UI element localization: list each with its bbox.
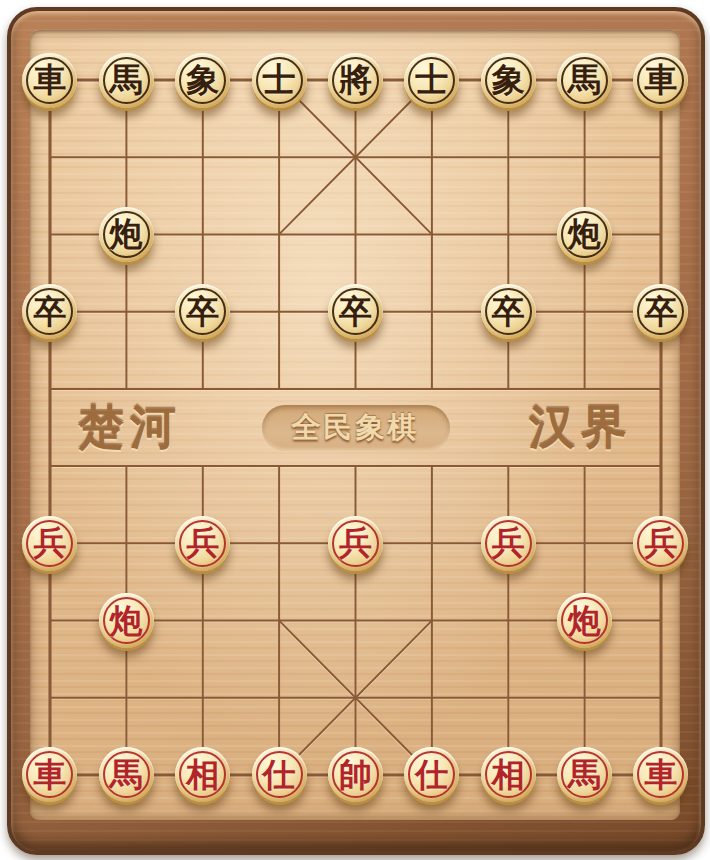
piece-red-soldier[interactable]: 兵 — [633, 516, 688, 571]
board-point[interactable]: 兵 — [470, 505, 546, 582]
board-point[interactable] — [165, 350, 241, 427]
board-point[interactable]: 馬 — [546, 41, 622, 118]
board-point[interactable] — [88, 119, 164, 196]
board-point[interactable] — [12, 350, 88, 427]
board-point[interactable] — [470, 427, 546, 504]
piece-glyph: 炮 — [568, 604, 601, 637]
board-point[interactable] — [546, 659, 622, 736]
piece-glyph: 兵 — [492, 526, 525, 559]
board-point[interactable] — [394, 273, 470, 350]
board-point[interactable]: 象 — [470, 41, 546, 118]
piece-glyph: 兵 — [339, 526, 372, 559]
piece-glyph: 象 — [186, 63, 219, 96]
board-point[interactable] — [165, 582, 241, 659]
board-point[interactable] — [470, 582, 546, 659]
board-point[interactable] — [12, 427, 88, 504]
board-point[interactable]: 炮 — [546, 196, 622, 273]
board-point[interactable] — [12, 659, 88, 736]
piece-glyph: 帥 — [339, 758, 372, 791]
board-point[interactable]: 車 — [623, 736, 699, 813]
board-point[interactable] — [241, 582, 317, 659]
piece-red-soldier[interactable]: 兵 — [481, 516, 536, 571]
board-point[interactable] — [623, 119, 699, 196]
piece-red-elephant[interactable]: 相 — [175, 747, 230, 802]
piece-glyph: 兵 — [33, 526, 66, 559]
piece-red-soldier[interactable]: 兵 — [328, 516, 383, 571]
piece-glyph: 車 — [33, 63, 66, 96]
board-point[interactable]: 馬 — [88, 736, 164, 813]
board-point[interactable] — [317, 119, 393, 196]
piece-red-cannon[interactable]: 炮 — [557, 593, 612, 648]
board-point[interactable]: 馬 — [546, 736, 622, 813]
board-point[interactable]: 炮 — [88, 582, 164, 659]
board-point[interactable] — [623, 582, 699, 659]
board-point[interactable] — [165, 659, 241, 736]
piece-black-advisor[interactable]: 士 — [404, 53, 459, 108]
board-point[interactable] — [394, 659, 470, 736]
board-point[interactable]: 馬 — [88, 41, 164, 118]
board-point[interactable] — [623, 350, 699, 427]
board-point[interactable] — [623, 427, 699, 504]
piece-red-advisor[interactable]: 仕 — [404, 747, 459, 802]
piece-black-soldier[interactable]: 卒 — [328, 284, 383, 339]
board-point[interactable] — [470, 196, 546, 273]
piece-red-cannon[interactable]: 炮 — [99, 593, 154, 648]
board-point[interactable]: 象 — [165, 41, 241, 118]
board-point[interactable]: 卒 — [165, 273, 241, 350]
piece-glyph: 馬 — [110, 63, 143, 96]
piece-glyph: 炮 — [110, 217, 143, 250]
piece-glyph: 仕 — [415, 758, 448, 791]
piece-black-horse[interactable]: 馬 — [557, 53, 612, 108]
board-point[interactable]: 車 — [12, 41, 88, 118]
board-point[interactable]: 相 — [470, 736, 546, 813]
board-point[interactable] — [165, 119, 241, 196]
board-point[interactable] — [546, 427, 622, 504]
board-point[interactable]: 車 — [623, 41, 699, 118]
piece-black-advisor[interactable]: 士 — [252, 53, 307, 108]
piece-glyph: 士 — [263, 63, 296, 96]
board-point[interactable]: 兵 — [317, 505, 393, 582]
piece-glyph: 馬 — [568, 758, 601, 791]
piece-glyph: 車 — [644, 758, 677, 791]
board-point[interactable] — [546, 350, 622, 427]
board-point[interactable]: 卒 — [317, 273, 393, 350]
piece-red-chariot[interactable]: 車 — [633, 747, 688, 802]
piece-black-horse[interactable]: 馬 — [99, 53, 154, 108]
piece-red-advisor[interactable]: 仕 — [252, 747, 307, 802]
board-point[interactable] — [88, 273, 164, 350]
piece-black-soldier[interactable]: 卒 — [22, 284, 77, 339]
board-point[interactable] — [394, 582, 470, 659]
board-point[interactable]: 帥 — [317, 736, 393, 813]
piece-glyph: 炮 — [568, 217, 601, 250]
board-point[interactable] — [317, 196, 393, 273]
board-point[interactable] — [88, 505, 164, 582]
board-point[interactable] — [546, 505, 622, 582]
piece-black-general[interactable]: 將 — [328, 53, 383, 108]
board-point[interactable] — [12, 119, 88, 196]
xiangqi-app: 楚河 全民象棋 汉界 車馬象士將士象馬車炮炮卒卒卒卒卒兵兵兵兵兵炮炮車馬相仕帥仕… — [0, 0, 710, 860]
board-point[interactable] — [470, 350, 546, 427]
piece-glyph: 象 — [492, 63, 525, 96]
board-point[interactable]: 兵 — [165, 505, 241, 582]
board-point[interactable] — [317, 659, 393, 736]
piece-glyph: 相 — [186, 758, 219, 791]
board-point[interactable] — [241, 273, 317, 350]
board-point[interactable]: 卒 — [623, 273, 699, 350]
piece-black-soldier[interactable]: 卒 — [175, 284, 230, 339]
piece-black-cannon[interactable]: 炮 — [557, 207, 612, 262]
board-point[interactable] — [317, 582, 393, 659]
board-point[interactable] — [394, 350, 470, 427]
board-point[interactable]: 相 — [165, 736, 241, 813]
piece-glyph: 士 — [415, 63, 448, 96]
piece-glyph: 卒 — [339, 295, 372, 328]
piece-red-horse[interactable]: 馬 — [557, 747, 612, 802]
piece-glyph: 仕 — [263, 758, 296, 791]
piece-glyph: 卒 — [492, 295, 525, 328]
board-point[interactable] — [241, 196, 317, 273]
board-point[interactable] — [165, 427, 241, 504]
piece-red-soldier[interactable]: 兵 — [175, 516, 230, 571]
piece-glyph: 車 — [33, 758, 66, 791]
piece-black-soldier[interactable]: 卒 — [633, 284, 688, 339]
piece-glyph: 車 — [644, 63, 677, 96]
board-point[interactable]: 兵 — [623, 505, 699, 582]
piece-red-general[interactable]: 帥 — [328, 747, 383, 802]
piece-glyph: 卒 — [186, 295, 219, 328]
piece-glyph: 相 — [492, 758, 525, 791]
board-point[interactable]: 卒 — [12, 273, 88, 350]
piece-glyph: 兵 — [644, 526, 677, 559]
piece-black-cannon[interactable]: 炮 — [99, 207, 154, 262]
board-point[interactable]: 卒 — [470, 273, 546, 350]
board-point[interactable] — [470, 659, 546, 736]
board-point[interactable] — [394, 505, 470, 582]
board-point[interactable] — [317, 427, 393, 504]
piece-glyph: 卒 — [644, 295, 677, 328]
board-point[interactable] — [88, 659, 164, 736]
board-point[interactable] — [241, 659, 317, 736]
board-point[interactable] — [241, 119, 317, 196]
piece-black-elephant[interactable]: 象 — [481, 53, 536, 108]
board-point[interactable] — [12, 582, 88, 659]
board-point[interactable] — [546, 273, 622, 350]
board-point[interactable] — [623, 659, 699, 736]
piece-black-chariot[interactable]: 車 — [633, 53, 688, 108]
board-point[interactable] — [165, 196, 241, 273]
board-point[interactable] — [394, 196, 470, 273]
board-point[interactable]: 車 — [12, 736, 88, 813]
piece-red-elephant[interactable]: 相 — [481, 747, 536, 802]
board-point[interactable] — [546, 119, 622, 196]
board-point[interactable]: 士 — [394, 41, 470, 118]
piece-glyph: 馬 — [110, 758, 143, 791]
board-point[interactable]: 士 — [241, 41, 317, 118]
board-point[interactable] — [470, 119, 546, 196]
board-point[interactable] — [317, 350, 393, 427]
piece-glyph: 卒 — [33, 295, 66, 328]
board-point[interactable] — [241, 427, 317, 504]
board-point[interactable] — [623, 196, 699, 273]
piece-glyph: 炮 — [110, 604, 143, 637]
piece-glyph: 兵 — [186, 526, 219, 559]
board-point[interactable] — [241, 505, 317, 582]
piece-black-chariot[interactable]: 車 — [22, 53, 77, 108]
board-point[interactable]: 仕 — [394, 736, 470, 813]
pieces-layer: 車馬象士將士象馬車炮炮卒卒卒卒卒兵兵兵兵兵炮炮車馬相仕帥仕相馬車 — [12, 41, 699, 813]
board-point[interactable] — [241, 350, 317, 427]
board-point[interactable]: 炮 — [546, 582, 622, 659]
board-point[interactable]: 仕 — [241, 736, 317, 813]
piece-black-soldier[interactable]: 卒 — [481, 284, 536, 339]
board-point[interactable]: 兵 — [12, 505, 88, 582]
piece-red-horse[interactable]: 馬 — [99, 747, 154, 802]
board-point[interactable] — [394, 427, 470, 504]
piece-red-chariot[interactable]: 車 — [22, 747, 77, 802]
piece-black-elephant[interactable]: 象 — [175, 53, 230, 108]
board-point[interactable] — [394, 119, 470, 196]
piece-red-soldier[interactable]: 兵 — [22, 516, 77, 571]
piece-glyph: 馬 — [568, 63, 601, 96]
piece-glyph: 將 — [339, 63, 372, 96]
board-point[interactable] — [88, 350, 164, 427]
board-point[interactable]: 將 — [317, 41, 393, 118]
board-point[interactable] — [88, 427, 164, 504]
board-point[interactable] — [12, 196, 88, 273]
board-point[interactable]: 炮 — [88, 196, 164, 273]
